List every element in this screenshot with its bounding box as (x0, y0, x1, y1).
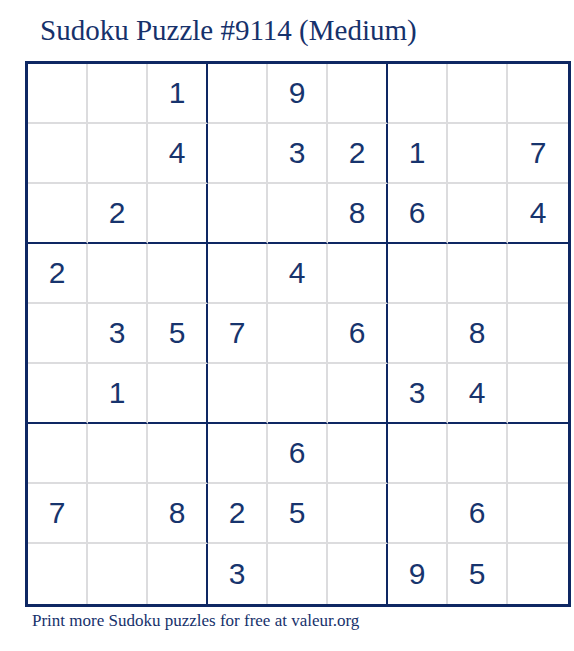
cell-r5c5 (268, 304, 328, 364)
cell-r9c1 (28, 544, 88, 604)
cell-r2c8 (448, 124, 508, 184)
sudoku-board: 194321728642435768134678256395 (25, 61, 571, 607)
cell-r7c1 (28, 424, 88, 484)
cell-r9c9 (508, 544, 568, 604)
cell-r7c4 (208, 424, 268, 484)
cell-r8c5: 5 (268, 484, 328, 544)
cell-r5c1 (28, 304, 88, 364)
cell-r2c4 (208, 124, 268, 184)
cell-r2c6: 2 (328, 124, 388, 184)
cell-r9c7: 9 (388, 544, 448, 604)
cell-r4c6 (328, 244, 388, 304)
cell-r7c9 (508, 424, 568, 484)
cell-r7c2 (88, 424, 148, 484)
cell-r6c8: 4 (448, 364, 508, 424)
cell-r2c2 (88, 124, 148, 184)
cell-r3c3 (148, 184, 208, 244)
cell-r3c7: 6 (388, 184, 448, 244)
cell-r8c1: 7 (28, 484, 88, 544)
cell-r1c3: 1 (148, 64, 208, 124)
cell-r9c5 (268, 544, 328, 604)
cell-r5c6: 6 (328, 304, 388, 364)
cell-r6c9 (508, 364, 568, 424)
cell-r3c2: 2 (88, 184, 148, 244)
cell-r2c9: 7 (508, 124, 568, 184)
cell-r4c9 (508, 244, 568, 304)
cell-r2c1 (28, 124, 88, 184)
cell-r7c8 (448, 424, 508, 484)
cell-r9c6 (328, 544, 388, 604)
cell-r8c6 (328, 484, 388, 544)
cell-r4c1: 2 (28, 244, 88, 304)
cell-r6c3 (148, 364, 208, 424)
cell-r7c6 (328, 424, 388, 484)
cell-r5c3: 5 (148, 304, 208, 364)
cell-r6c2: 1 (88, 364, 148, 424)
cell-r6c4 (208, 364, 268, 424)
cell-r8c8: 6 (448, 484, 508, 544)
cell-r3c1 (28, 184, 88, 244)
sudoku-page: Sudoku Puzzle #9114 (Medium) 19432172864… (0, 0, 574, 651)
cell-r1c7 (388, 64, 448, 124)
cell-r9c2 (88, 544, 148, 604)
cell-r1c2 (88, 64, 148, 124)
cell-r1c1 (28, 64, 88, 124)
cell-r6c6 (328, 364, 388, 424)
cell-r6c7: 3 (388, 364, 448, 424)
cell-r7c7 (388, 424, 448, 484)
cell-r1c6 (328, 64, 388, 124)
cell-r1c4 (208, 64, 268, 124)
cell-r3c5 (268, 184, 328, 244)
cell-r5c8: 8 (448, 304, 508, 364)
cell-r8c7 (388, 484, 448, 544)
cell-r1c8 (448, 64, 508, 124)
cell-r3c4 (208, 184, 268, 244)
cell-r1c5: 9 (268, 64, 328, 124)
cell-r9c3 (148, 544, 208, 604)
cell-r4c5: 4 (268, 244, 328, 304)
cell-r4c8 (448, 244, 508, 304)
cell-r1c9 (508, 64, 568, 124)
cell-r5c2: 3 (88, 304, 148, 364)
cell-r2c7: 1 (388, 124, 448, 184)
cell-r7c5: 6 (268, 424, 328, 484)
page-title: Sudoku Puzzle #9114 (Medium) (40, 14, 417, 47)
cell-r3c6: 8 (328, 184, 388, 244)
cell-r7c3 (148, 424, 208, 484)
cell-r6c5 (268, 364, 328, 424)
cell-r8c9 (508, 484, 568, 544)
cell-r8c4: 2 (208, 484, 268, 544)
cell-r5c7 (388, 304, 448, 364)
cell-r4c2 (88, 244, 148, 304)
cell-r3c9: 4 (508, 184, 568, 244)
cell-r2c3: 4 (148, 124, 208, 184)
cell-r4c3 (148, 244, 208, 304)
cell-r8c2 (88, 484, 148, 544)
cell-r4c7 (388, 244, 448, 304)
cell-r9c4: 3 (208, 544, 268, 604)
cell-r6c1 (28, 364, 88, 424)
cell-r5c4: 7 (208, 304, 268, 364)
cell-r5c9 (508, 304, 568, 364)
cell-r9c8: 5 (448, 544, 508, 604)
cell-r8c3: 8 (148, 484, 208, 544)
cell-r4c4 (208, 244, 268, 304)
cell-r2c5: 3 (268, 124, 328, 184)
cell-r3c8 (448, 184, 508, 244)
footer-note: Print more Sudoku puzzles for free at va… (32, 611, 359, 631)
